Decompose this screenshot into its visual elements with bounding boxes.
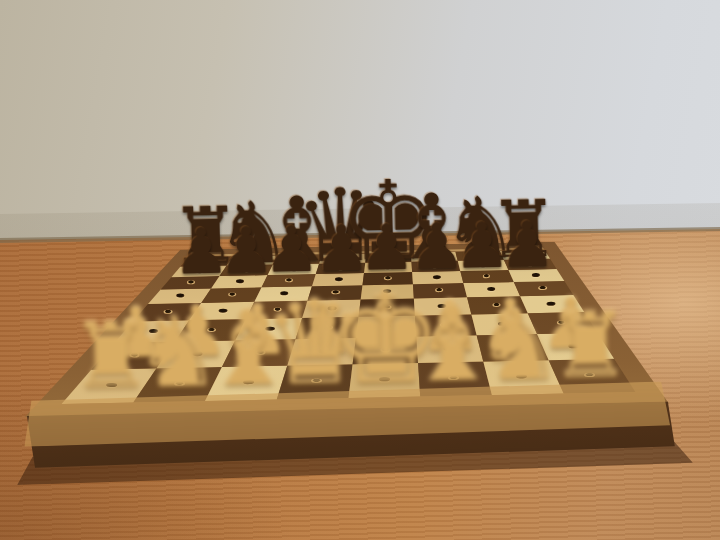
photo-scene: ♜♞♝♛♚♝♞♜♟♟♟♟♟♟♟♟♟♟♟♟♟♟♟♟♜♞♝♛♚♝♞♜ — [0, 0, 720, 540]
chess-board-scene: ♜♞♝♛♚♝♞♜♟♟♟♟♟♟♟♟♟♟♟♟♟♟♟♟♜♞♝♛♚♝♞♜ — [0, 0, 720, 540]
piece-white-rook-h1: ♜ — [549, 300, 632, 392]
chess-pieces: ♜♞♝♛♚♝♞♜♟♟♟♟♟♟♟♟♟♟♟♟♟♟♟♟♜♞♝♛♚♝♞♜ — [0, 0, 720, 540]
piece-black-pawn-c7: ♟ — [263, 218, 321, 282]
piece-black-pawn-h7: ♟ — [498, 213, 556, 277]
